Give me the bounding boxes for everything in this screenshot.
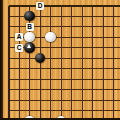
point-J16[interactable] (87, 32, 98, 43)
point-F18[interactable] (56, 11, 67, 22)
point-F9[interactable] (56, 105, 67, 116)
point-K15[interactable] (98, 42, 109, 53)
point-A18[interactable] (3, 11, 14, 22)
point-E12[interactable] (45, 74, 56, 85)
point-J10[interactable] (87, 95, 98, 106)
variation-label-C[interactable]: C (15, 44, 23, 52)
point-F17[interactable] (56, 21, 67, 32)
point-J13[interactable] (87, 63, 98, 74)
point-F12[interactable] (56, 74, 67, 85)
point-B9[interactable] (14, 105, 25, 116)
point-K10[interactable] (98, 95, 109, 106)
point-G13[interactable] (66, 63, 77, 74)
point-F16[interactable] (56, 32, 67, 43)
point-B12[interactable] (14, 74, 25, 85)
point-M10[interactable] (119, 95, 120, 106)
variation-label-D[interactable]: D (36, 2, 44, 10)
point-E14[interactable] (45, 53, 56, 64)
point-A10[interactable] (3, 95, 14, 106)
point-M12[interactable] (119, 74, 120, 85)
point-B13[interactable] (14, 63, 25, 74)
point-C19[interactable] (24, 0, 35, 11)
point-D14[interactable] (35, 53, 46, 64)
point-C10[interactable] (24, 95, 35, 106)
point-H19[interactable] (77, 0, 88, 11)
point-K9[interactable] (98, 105, 109, 116)
point-J9[interactable] (87, 105, 98, 116)
point-G11[interactable] (66, 84, 77, 95)
point-B19[interactable] (14, 0, 25, 11)
point-M16[interactable] (119, 32, 120, 43)
point-L15[interactable] (108, 42, 119, 53)
point-H17[interactable] (77, 21, 88, 32)
point-C12[interactable] (24, 74, 35, 85)
point-C15[interactable] (24, 42, 35, 53)
point-G15[interactable] (66, 42, 77, 53)
point-H12[interactable] (77, 74, 88, 85)
point-C18[interactable] (24, 11, 35, 22)
point-A12[interactable] (3, 74, 14, 85)
point-D11[interactable] (35, 84, 46, 95)
point-G12[interactable] (66, 74, 77, 85)
point-F15[interactable] (56, 42, 67, 53)
point-D12[interactable] (35, 74, 46, 85)
point-A15[interactable] (3, 42, 14, 53)
point-C17[interactable]: B (24, 21, 35, 32)
point-K16[interactable] (98, 32, 109, 43)
point-E10[interactable] (45, 95, 56, 106)
point-G17[interactable] (66, 21, 77, 32)
point-G14[interactable] (66, 53, 77, 64)
point-M19[interactable] (119, 0, 120, 11)
point-K12[interactable] (98, 74, 109, 85)
point-E16[interactable] (45, 32, 56, 43)
point-D13[interactable] (35, 63, 46, 74)
point-B15[interactable]: C (14, 42, 25, 53)
go-board-diagram: DBAC (0, 0, 120, 120)
point-L16[interactable] (108, 32, 119, 43)
point-A17[interactable] (3, 21, 14, 32)
point-G10[interactable] (66, 95, 77, 106)
board-bottom-crop-edge (0, 118, 120, 120)
point-E9[interactable] (45, 105, 56, 116)
point-J17[interactable] (87, 21, 98, 32)
point-M17[interactable] (119, 21, 120, 32)
point-L10[interactable] (108, 95, 119, 106)
goban[interactable]: DBAC (3, 0, 120, 120)
point-J18[interactable] (87, 11, 98, 22)
point-D10[interactable] (35, 95, 46, 106)
point-G9[interactable] (66, 105, 77, 116)
point-L9[interactable] (108, 105, 119, 116)
point-L19[interactable] (108, 0, 119, 11)
point-A13[interactable] (3, 63, 14, 74)
point-M18[interactable] (119, 11, 120, 22)
point-B11[interactable] (14, 84, 25, 95)
point-J14[interactable] (87, 53, 98, 64)
point-L11[interactable] (108, 84, 119, 95)
board-left-crop-edge (0, 0, 3, 120)
point-M11[interactable] (119, 84, 120, 95)
point-C11[interactable] (24, 84, 35, 95)
point-A19[interactable] (3, 0, 14, 11)
point-E17[interactable] (45, 21, 56, 32)
point-G19[interactable] (66, 0, 77, 11)
point-M14[interactable] (119, 53, 120, 64)
point-D9[interactable] (35, 105, 46, 116)
point-D16[interactable] (35, 32, 46, 43)
point-B10[interactable] (14, 95, 25, 106)
point-J12[interactable] (87, 74, 98, 85)
point-D17[interactable] (35, 21, 46, 32)
point-H15[interactable] (77, 42, 88, 53)
variation-label-A[interactable]: A (15, 33, 23, 41)
point-H13[interactable] (77, 63, 88, 74)
stone-black-C15[interactable] (24, 42, 35, 53)
point-K18[interactable] (98, 11, 109, 22)
point-F10[interactable] (56, 95, 67, 106)
point-K11[interactable] (98, 84, 109, 95)
point-K14[interactable] (98, 53, 109, 64)
point-E11[interactable] (45, 84, 56, 95)
point-B16[interactable]: A (14, 32, 25, 43)
point-K13[interactable] (98, 63, 109, 74)
point-K17[interactable] (98, 21, 109, 32)
point-G16[interactable] (66, 32, 77, 43)
point-A9[interactable] (3, 105, 14, 116)
point-J19[interactable] (87, 0, 98, 11)
point-H14[interactable] (77, 53, 88, 64)
point-E18[interactable] (45, 11, 56, 22)
point-C13[interactable] (24, 63, 35, 74)
point-F14[interactable] (56, 53, 67, 64)
point-F13[interactable] (56, 63, 67, 74)
point-A14[interactable] (3, 53, 14, 64)
variation-label-B[interactable]: B (26, 23, 34, 31)
point-M13[interactable] (119, 63, 120, 74)
point-B17[interactable] (14, 21, 25, 32)
point-H9[interactable] (77, 105, 88, 116)
point-K19[interactable] (98, 0, 109, 11)
point-F11[interactable] (56, 84, 67, 95)
point-A11[interactable] (3, 84, 14, 95)
stone-white-C16[interactable] (24, 32, 35, 43)
point-E19[interactable] (45, 0, 56, 11)
point-H16[interactable] (77, 32, 88, 43)
point-F19[interactable] (56, 0, 67, 11)
point-L13[interactable] (108, 63, 119, 74)
point-L12[interactable] (108, 74, 119, 85)
point-M15[interactable] (119, 42, 120, 53)
point-M9[interactable] (119, 105, 120, 116)
point-D15[interactable] (35, 42, 46, 53)
point-H11[interactable] (77, 84, 88, 95)
stone-white-E16[interactable] (45, 32, 56, 43)
point-E15[interactable] (45, 42, 56, 53)
stone-black-C18[interactable] (24, 11, 35, 22)
point-E13[interactable] (45, 63, 56, 74)
point-H18[interactable] (77, 11, 88, 22)
point-C9[interactable] (24, 105, 35, 116)
point-L14[interactable] (108, 53, 119, 64)
point-H10[interactable] (77, 95, 88, 106)
point-D18[interactable] (35, 11, 46, 22)
point-B18[interactable] (14, 11, 25, 22)
stone-black-D14[interactable] (35, 53, 46, 64)
point-C16[interactable] (24, 32, 35, 43)
point-D19[interactable]: D (35, 0, 46, 11)
point-A16[interactable] (3, 32, 14, 43)
point-J11[interactable] (87, 84, 98, 95)
point-J15[interactable] (87, 42, 98, 53)
point-C14[interactable] (24, 53, 35, 64)
point-G18[interactable] (66, 11, 77, 22)
point-L17[interactable] (108, 21, 119, 32)
point-B14[interactable] (14, 53, 25, 64)
triangle-mark-icon (27, 44, 31, 48)
point-L18[interactable] (108, 11, 119, 22)
